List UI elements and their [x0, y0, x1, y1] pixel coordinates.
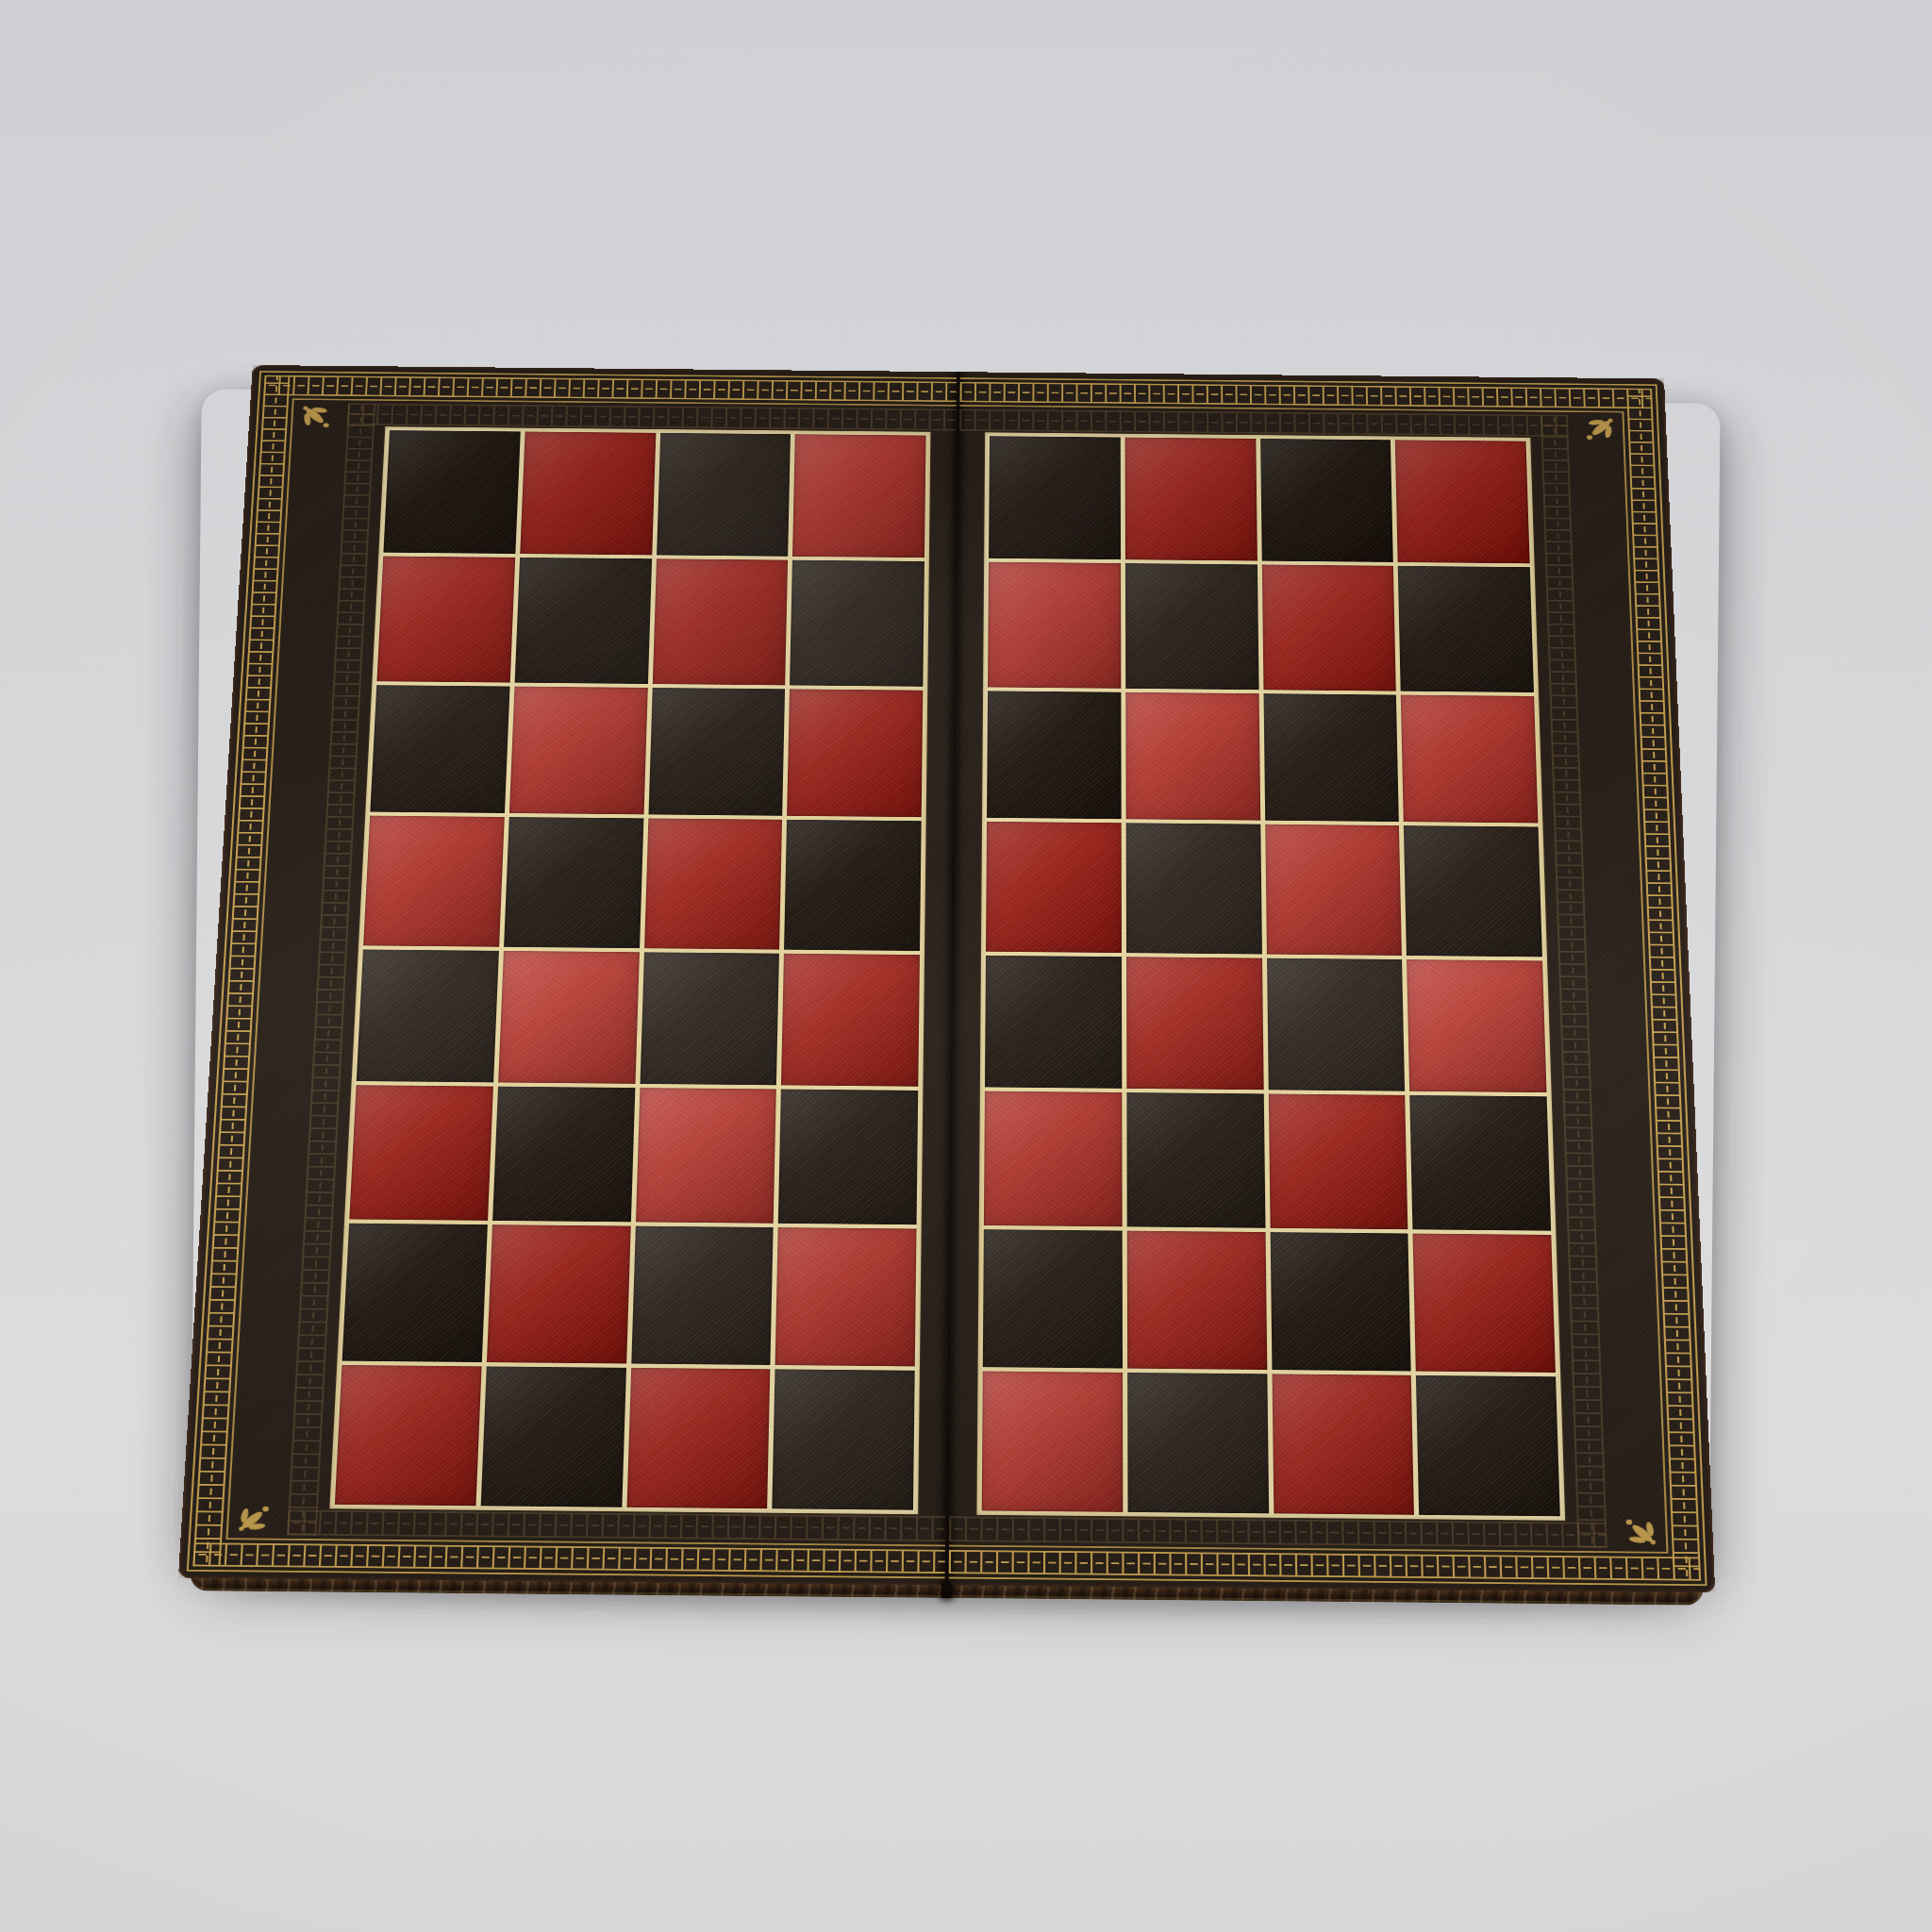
square-g8: [1260, 439, 1393, 562]
square-d2: [775, 1227, 917, 1366]
square-h2: [1413, 1234, 1556, 1373]
board-leaf-right: [949, 372, 1716, 1592]
square-e7: [988, 562, 1121, 689]
square-d4: [781, 953, 920, 1086]
square-a7: [376, 557, 515, 683]
square-h7: [1398, 566, 1534, 692]
square-c8: [657, 433, 791, 557]
square-b3: [492, 1087, 635, 1223]
square-a4: [357, 949, 499, 1082]
square-a1: [335, 1365, 482, 1507]
square-b2: [487, 1224, 631, 1363]
board-leaf-left: [178, 365, 957, 1586]
square-b1: [480, 1366, 625, 1507]
square-h3: [1409, 1095, 1551, 1231]
square-b5: [504, 817, 643, 948]
square-c1: [626, 1368, 771, 1509]
square-f4: [1126, 957, 1263, 1090]
square-f1: [1127, 1373, 1269, 1514]
square-f7: [1125, 563, 1258, 690]
square-h5: [1404, 825, 1542, 957]
square-g3: [1268, 1093, 1407, 1229]
square-f8: [1124, 438, 1257, 561]
square-f5: [1125, 823, 1261, 954]
square-b4: [498, 950, 640, 1083]
square-g1: [1272, 1374, 1414, 1515]
square-b7: [514, 558, 651, 684]
square-d3: [778, 1089, 918, 1224]
square-g4: [1267, 958, 1406, 1091]
square-g7: [1261, 565, 1396, 691]
square-c5: [644, 819, 783, 950]
square-f6: [1125, 692, 1260, 821]
square-e4: [985, 955, 1122, 1088]
square-f2: [1127, 1231, 1267, 1370]
corner-floret-icon: [1580, 414, 1620, 444]
square-a2: [342, 1224, 488, 1362]
photo-background: { "game": "checkers-chess folding games …: [0, 0, 1932, 1932]
square-f3: [1126, 1092, 1265, 1228]
folding-games-board: [178, 365, 1715, 1592]
square-a3: [349, 1085, 492, 1221]
square-e3: [984, 1091, 1122, 1227]
playing-field-right: [976, 432, 1565, 1520]
corner-floret-icon: [296, 401, 336, 431]
square-h1: [1416, 1375, 1560, 1517]
square-c6: [648, 688, 785, 816]
square-e1: [982, 1371, 1123, 1512]
square-d5: [784, 820, 921, 951]
square-e8: [989, 436, 1121, 559]
square-c3: [635, 1088, 776, 1224]
square-a8: [383, 430, 520, 554]
square-g5: [1265, 824, 1402, 956]
square-a6: [370, 685, 509, 813]
square-g2: [1270, 1232, 1411, 1371]
square-e2: [983, 1229, 1123, 1368]
square-b6: [509, 686, 648, 814]
square-d6: [787, 689, 923, 817]
corner-floret-icon: [232, 1501, 275, 1537]
square-d1: [773, 1369, 915, 1510]
square-d8: [792, 434, 925, 558]
square-b8: [520, 432, 656, 556]
square-h4: [1407, 959, 1546, 1092]
square-a5: [363, 816, 504, 947]
square-d7: [790, 560, 924, 687]
square-h6: [1401, 694, 1538, 823]
square-c7: [652, 559, 788, 686]
square-c4: [640, 952, 779, 1085]
square-g6: [1263, 693, 1399, 822]
playing-field-left: [329, 426, 930, 1514]
scene: [0, 0, 1932, 1932]
square-h8: [1395, 440, 1530, 563]
corner-floret-icon: [1620, 1514, 1662, 1550]
square-e6: [987, 691, 1121, 819]
square-c2: [631, 1226, 774, 1365]
square-e5: [986, 822, 1122, 953]
